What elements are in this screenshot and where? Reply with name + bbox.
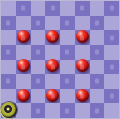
square-b7[interactable] [16,16,31,31]
square-mark [95,20,99,25]
square-d4[interactable] [45,60,60,75]
square-g1[interactable] [90,103,105,118]
square-mark [36,50,40,55]
square-d2[interactable] [45,89,60,104]
square-b1[interactable] [16,103,31,118]
red-marble[interactable] [76,59,89,72]
checkers-board [0,0,120,119]
square-a6[interactable] [1,30,16,45]
square-g5[interactable] [90,45,105,60]
square-mark [110,94,114,99]
square-e8[interactable] [60,1,75,16]
red-marble[interactable] [17,89,30,102]
square-mark [95,79,99,84]
square-h7[interactable] [104,16,119,31]
square-g4[interactable] [90,60,105,75]
square-mark [110,35,114,40]
square-a7[interactable] [1,16,16,31]
square-c2[interactable] [31,89,46,104]
red-marble[interactable] [46,30,59,43]
square-b4[interactable] [16,60,31,75]
square-e4[interactable] [60,60,75,75]
square-e6[interactable] [60,30,75,45]
square-f6[interactable] [75,30,90,45]
square-f3[interactable] [75,74,90,89]
red-marble[interactable] [17,30,30,43]
square-b6[interactable] [16,30,31,45]
square-d8[interactable] [45,1,60,16]
square-h2[interactable] [104,89,119,104]
red-marble[interactable] [17,59,30,72]
square-b2[interactable] [16,89,31,104]
square-g7[interactable] [90,16,105,31]
square-h4[interactable] [104,60,119,75]
square-d1[interactable] [45,103,60,118]
square-c6[interactable] [31,30,46,45]
red-marble[interactable] [76,30,89,43]
square-b8[interactable] [16,1,31,16]
square-mark [6,50,10,55]
red-marble[interactable] [46,89,59,102]
square-c7[interactable] [31,16,46,31]
square-mark [21,6,25,11]
square-d7[interactable] [45,16,60,31]
square-mark [36,79,40,84]
square-h5[interactable] [104,45,119,60]
square-mark [65,108,69,113]
square-e7[interactable] [60,16,75,31]
square-c5[interactable] [31,45,46,60]
game-window [0,0,120,119]
square-mark [80,6,84,11]
square-a4[interactable] [1,60,16,75]
disc-icon[interactable] [1,102,17,118]
square-mark [95,108,99,113]
square-d5[interactable] [45,45,60,60]
square-mark [36,108,40,113]
square-h6[interactable] [104,30,119,45]
square-e3[interactable] [60,74,75,89]
square-b5[interactable] [16,45,31,60]
square-h3[interactable] [104,74,119,89]
square-mark [110,64,114,69]
square-d6[interactable] [45,30,60,45]
square-mark [65,79,69,84]
square-f8[interactable] [75,1,90,16]
square-f2[interactable] [75,89,90,104]
square-mark [6,20,10,25]
square-e5[interactable] [60,45,75,60]
square-c3[interactable] [31,74,46,89]
square-e1[interactable] [60,103,75,118]
square-f7[interactable] [75,16,90,31]
square-c1[interactable] [31,103,46,118]
square-g8[interactable] [90,1,105,16]
square-mark [95,50,99,55]
red-marble[interactable] [76,89,89,102]
square-mark [110,6,114,11]
square-f5[interactable] [75,45,90,60]
square-f1[interactable] [75,103,90,118]
square-a8[interactable] [1,1,16,16]
square-c8[interactable] [31,1,46,16]
square-g3[interactable] [90,74,105,89]
square-e2[interactable] [60,89,75,104]
square-mark [6,79,10,84]
square-f4[interactable] [75,60,90,75]
square-a3[interactable] [1,74,16,89]
square-a5[interactable] [1,45,16,60]
square-g2[interactable] [90,89,105,104]
square-c4[interactable] [31,60,46,75]
square-b3[interactable] [16,74,31,89]
square-mark [65,20,69,25]
square-d3[interactable] [45,74,60,89]
square-mark [51,6,55,11]
square-h8[interactable] [104,1,119,16]
square-g6[interactable] [90,30,105,45]
square-mark [36,20,40,25]
square-h1[interactable] [104,103,119,118]
square-mark [65,50,69,55]
red-marble[interactable] [46,59,59,72]
